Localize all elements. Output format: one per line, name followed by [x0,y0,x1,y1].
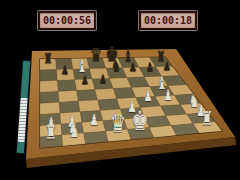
piece-bN-e7[interactable]: ♞ [111,59,121,74]
piece-bR-a8[interactable]: ♜ [43,51,52,65]
piece-bP-f7[interactable]: ♟ [129,61,137,73]
game-screen: 00:00:56 00:00:18 ♜♛♚♝♜♟♝♞♟♟♟♟♟♝♟♟♟♞♟♟♟♟… [0,0,240,180]
piece-bP-b7[interactable]: ♟ [62,64,70,76]
piece-wP-f4[interactable]: ♟ [143,89,152,103]
piece-bP-g7[interactable]: ♟ [146,61,154,73]
square-b6[interactable] [57,80,76,92]
square-c5[interactable] [77,90,98,102]
piece-wR-a1[interactable]: ♜ [45,123,57,142]
piece-wN-b1[interactable]: ♞ [67,121,79,140]
square-b4[interactable] [59,101,80,113]
chess-board[interactable] [0,0,240,180]
piece-wP-g4[interactable]: ♟ [163,88,172,102]
piece-bQ-d8[interactable]: ♛ [90,46,102,64]
square-a5[interactable] [40,91,59,103]
square-d5[interactable] [95,89,117,100]
piece-wR-h1[interactable]: ♜ [201,109,213,128]
square-a7[interactable] [40,70,57,82]
square-c1[interactable] [84,131,109,144]
square-a4[interactable] [40,102,60,114]
piece-wK-e1[interactable]: ♚ [132,107,149,134]
piece-wQ-d1[interactable]: ♛ [110,111,126,136]
piece-bP-c6[interactable]: ♟ [81,74,89,86]
piece-wP-c2[interactable]: ♟ [89,113,99,128]
square-b5[interactable] [58,91,78,103]
piece-bP-d6[interactable]: ♟ [99,73,107,85]
square-a6[interactable] [40,81,58,93]
piece-bP-h7[interactable]: ♟ [163,60,171,72]
